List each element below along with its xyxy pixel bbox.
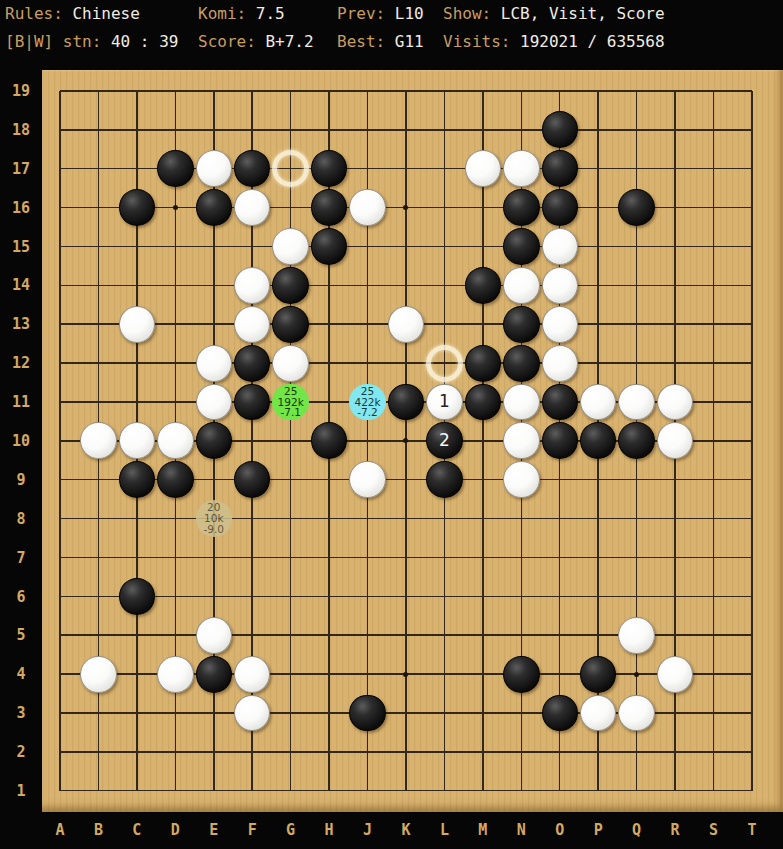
intersection-J2[interactable]	[348, 732, 386, 771]
intersection-O10[interactable]	[541, 421, 579, 460]
intersection-M8[interactable]	[464, 499, 502, 538]
intersection-L6[interactable]	[425, 577, 463, 616]
intersection-J10[interactable]	[348, 421, 386, 460]
intersection-K4[interactable]	[387, 655, 425, 694]
intersection-N7[interactable]	[502, 538, 540, 577]
intersection-L19[interactable]	[425, 72, 463, 111]
intersection-F11[interactable]	[233, 383, 271, 422]
intersection-P13[interactable]	[579, 305, 617, 344]
intersection-G16[interactable]	[271, 188, 309, 227]
intersection-S18[interactable]	[694, 110, 732, 149]
intersection-A12[interactable]	[41, 344, 79, 383]
intersection-O4[interactable]	[541, 655, 579, 694]
intersection-S11[interactable]	[694, 383, 732, 422]
intersection-H17[interactable]	[310, 149, 348, 188]
intersection-N13[interactable]	[502, 305, 540, 344]
intersection-B16[interactable]	[79, 188, 117, 227]
intersection-H1[interactable]	[310, 771, 348, 810]
intersection-C6[interactable]	[118, 577, 156, 616]
intersection-K11[interactable]	[387, 383, 425, 422]
intersection-L9[interactable]	[425, 460, 463, 499]
intersection-F1[interactable]	[233, 771, 271, 810]
intersection-E9[interactable]	[195, 460, 233, 499]
intersection-J15[interactable]	[348, 227, 386, 266]
intersection-H3[interactable]	[310, 694, 348, 733]
intersection-E5[interactable]	[195, 616, 233, 655]
intersection-C14[interactable]	[118, 266, 156, 305]
intersection-A17[interactable]	[41, 149, 79, 188]
intersection-D10[interactable]	[156, 421, 194, 460]
intersection-O11[interactable]	[541, 383, 579, 422]
intersection-T3[interactable]	[733, 694, 771, 733]
intersection-A2[interactable]	[41, 732, 79, 771]
intersection-O1[interactable]	[541, 771, 579, 810]
intersection-O6[interactable]	[541, 577, 579, 616]
intersection-B9[interactable]	[79, 460, 117, 499]
intersection-L4[interactable]	[425, 655, 463, 694]
intersection-N4[interactable]	[502, 655, 540, 694]
intersection-C19[interactable]	[118, 72, 156, 111]
intersection-N9[interactable]	[502, 460, 540, 499]
intersection-T19[interactable]	[733, 72, 771, 111]
intersection-B7[interactable]	[79, 538, 117, 577]
intersection-N14[interactable]	[502, 266, 540, 305]
intersection-E11[interactable]	[195, 383, 233, 422]
intersection-E14[interactable]	[195, 266, 233, 305]
intersection-G8[interactable]	[271, 499, 309, 538]
intersection-R13[interactable]	[656, 305, 694, 344]
intersection-B19[interactable]	[79, 72, 117, 111]
intersection-H19[interactable]	[310, 72, 348, 111]
intersection-R18[interactable]	[656, 110, 694, 149]
intersection-M14[interactable]	[464, 266, 502, 305]
intersection-H2[interactable]	[310, 732, 348, 771]
intersection-P4[interactable]	[579, 655, 617, 694]
intersection-M1[interactable]	[464, 771, 502, 810]
intersection-D3[interactable]	[156, 694, 194, 733]
intersection-R15[interactable]	[656, 227, 694, 266]
intersection-P6[interactable]	[579, 577, 617, 616]
intersection-J1[interactable]	[348, 771, 386, 810]
intersection-S7[interactable]	[694, 538, 732, 577]
intersection-O16[interactable]	[541, 188, 579, 227]
intersection-E18[interactable]	[195, 110, 233, 149]
intersection-G15[interactable]	[271, 227, 309, 266]
intersection-O2[interactable]	[541, 732, 579, 771]
intersection-A1[interactable]	[41, 771, 79, 810]
intersection-L3[interactable]	[425, 694, 463, 733]
intersection-G13[interactable]	[271, 305, 309, 344]
intersection-T4[interactable]	[733, 655, 771, 694]
intersection-D4[interactable]	[156, 655, 194, 694]
intersection-L2[interactable]	[425, 732, 463, 771]
intersection-K7[interactable]	[387, 538, 425, 577]
intersection-P9[interactable]	[579, 460, 617, 499]
intersection-O5[interactable]	[541, 616, 579, 655]
intersection-J3[interactable]	[348, 694, 386, 733]
intersection-E4[interactable]	[195, 655, 233, 694]
intersection-D1[interactable]	[156, 771, 194, 810]
intersection-M6[interactable]	[464, 577, 502, 616]
intersection-F14[interactable]	[233, 266, 271, 305]
intersection-G12[interactable]	[271, 344, 309, 383]
intersection-M12[interactable]	[464, 344, 502, 383]
intersection-S15[interactable]	[694, 227, 732, 266]
intersection-Q10[interactable]	[617, 421, 655, 460]
intersection-F12[interactable]	[233, 344, 271, 383]
intersection-C5[interactable]	[118, 616, 156, 655]
intersection-F7[interactable]	[233, 538, 271, 577]
intersection-L13[interactable]	[425, 305, 463, 344]
intersection-Q15[interactable]	[617, 227, 655, 266]
intersection-P16[interactable]	[579, 188, 617, 227]
intersection-M2[interactable]	[464, 732, 502, 771]
suggestion-j11[interactable]: 25422k-7.2	[349, 384, 385, 421]
intersection-T1[interactable]	[733, 771, 771, 810]
intersection-T10[interactable]	[733, 421, 771, 460]
intersection-K16[interactable]	[387, 188, 425, 227]
intersection-S10[interactable]	[694, 421, 732, 460]
intersection-R1[interactable]	[656, 771, 694, 810]
intersection-J9[interactable]	[348, 460, 386, 499]
intersection-O17[interactable]	[541, 149, 579, 188]
intersection-R9[interactable]	[656, 460, 694, 499]
intersection-Q17[interactable]	[617, 149, 655, 188]
intersection-D5[interactable]	[156, 616, 194, 655]
intersection-F17[interactable]	[233, 149, 271, 188]
intersection-S5[interactable]	[694, 616, 732, 655]
intersection-C2[interactable]	[118, 732, 156, 771]
intersection-A15[interactable]	[41, 227, 79, 266]
intersection-E8[interactable]: 2010k-9.0	[195, 499, 233, 538]
intersection-D19[interactable]	[156, 72, 194, 111]
intersection-F18[interactable]	[233, 110, 271, 149]
intersection-A14[interactable]	[41, 266, 79, 305]
intersection-F16[interactable]	[233, 188, 271, 227]
intersection-R8[interactable]	[656, 499, 694, 538]
intersection-H13[interactable]	[310, 305, 348, 344]
intersection-E6[interactable]	[195, 577, 233, 616]
intersection-A16[interactable]	[41, 188, 79, 227]
intersection-T5[interactable]	[733, 616, 771, 655]
intersection-O3[interactable]	[541, 694, 579, 733]
intersection-Q1[interactable]	[617, 771, 655, 810]
intersection-D9[interactable]	[156, 460, 194, 499]
intersection-B8[interactable]	[79, 499, 117, 538]
intersection-B2[interactable]	[79, 732, 117, 771]
intersection-P11[interactable]	[579, 383, 617, 422]
suggestion-e8[interactable]: 2010k-9.0	[196, 500, 232, 537]
intersection-A18[interactable]	[41, 110, 79, 149]
intersection-K15[interactable]	[387, 227, 425, 266]
intersection-K19[interactable]	[387, 72, 425, 111]
intersection-J13[interactable]	[348, 305, 386, 344]
intersection-H4[interactable]	[310, 655, 348, 694]
intersection-N12[interactable]	[502, 344, 540, 383]
intersection-M3[interactable]	[464, 694, 502, 733]
intersection-A6[interactable]	[41, 577, 79, 616]
intersection-N8[interactable]	[502, 499, 540, 538]
intersection-L12[interactable]	[425, 344, 463, 383]
intersection-S19[interactable]	[694, 72, 732, 111]
intersection-H12[interactable]	[310, 344, 348, 383]
intersection-B6[interactable]	[79, 577, 117, 616]
intersection-E19[interactable]	[195, 72, 233, 111]
intersection-D12[interactable]	[156, 344, 194, 383]
intersection-J5[interactable]	[348, 616, 386, 655]
intersection-C15[interactable]	[118, 227, 156, 266]
intersection-T2[interactable]	[733, 732, 771, 771]
intersection-K14[interactable]	[387, 266, 425, 305]
intersection-G4[interactable]	[271, 655, 309, 694]
intersection-G9[interactable]	[271, 460, 309, 499]
intersection-G2[interactable]	[271, 732, 309, 771]
intersection-M4[interactable]	[464, 655, 502, 694]
intersection-F5[interactable]	[233, 616, 271, 655]
intersection-P2[interactable]	[579, 732, 617, 771]
intersection-G14[interactable]	[271, 266, 309, 305]
intersection-K2[interactable]	[387, 732, 425, 771]
intersection-E16[interactable]	[195, 188, 233, 227]
intersection-L18[interactable]	[425, 110, 463, 149]
intersection-N5[interactable]	[502, 616, 540, 655]
intersection-S3[interactable]	[694, 694, 732, 733]
intersection-E3[interactable]	[195, 694, 233, 733]
intersection-G7[interactable]	[271, 538, 309, 577]
intersection-K3[interactable]	[387, 694, 425, 733]
intersection-Q14[interactable]	[617, 266, 655, 305]
intersection-K13[interactable]	[387, 305, 425, 344]
intersection-G19[interactable]	[271, 72, 309, 111]
intersection-B18[interactable]	[79, 110, 117, 149]
intersection-B11[interactable]	[79, 383, 117, 422]
intersection-N6[interactable]	[502, 577, 540, 616]
intersection-M13[interactable]	[464, 305, 502, 344]
intersection-G1[interactable]	[271, 771, 309, 810]
intersection-G17[interactable]	[271, 149, 309, 188]
intersection-F9[interactable]	[233, 460, 271, 499]
intersection-L10[interactable]: 2	[425, 421, 463, 460]
intersection-R11[interactable]	[656, 383, 694, 422]
intersection-C16[interactable]	[118, 188, 156, 227]
intersection-M17[interactable]	[464, 149, 502, 188]
intersection-A7[interactable]	[41, 538, 79, 577]
intersection-B14[interactable]	[79, 266, 117, 305]
intersection-N19[interactable]	[502, 72, 540, 111]
intersection-J14[interactable]	[348, 266, 386, 305]
intersection-C13[interactable]	[118, 305, 156, 344]
intersection-A11[interactable]	[41, 383, 79, 422]
intersection-C10[interactable]	[118, 421, 156, 460]
intersection-B1[interactable]	[79, 771, 117, 810]
intersection-S13[interactable]	[694, 305, 732, 344]
intersection-F8[interactable]	[233, 499, 271, 538]
intersection-T17[interactable]	[733, 149, 771, 188]
intersection-K1[interactable]	[387, 771, 425, 810]
intersection-J8[interactable]	[348, 499, 386, 538]
intersection-P5[interactable]	[579, 616, 617, 655]
intersection-H10[interactable]	[310, 421, 348, 460]
intersection-E1[interactable]	[195, 771, 233, 810]
intersection-P7[interactable]	[579, 538, 617, 577]
intersection-P15[interactable]	[579, 227, 617, 266]
intersection-D6[interactable]	[156, 577, 194, 616]
intersection-C8[interactable]	[118, 499, 156, 538]
intersection-O7[interactable]	[541, 538, 579, 577]
intersection-O12[interactable]	[541, 344, 579, 383]
intersection-R5[interactable]	[656, 616, 694, 655]
intersection-M18[interactable]	[464, 110, 502, 149]
intersection-T13[interactable]	[733, 305, 771, 344]
intersection-C7[interactable]	[118, 538, 156, 577]
intersection-G6[interactable]	[271, 577, 309, 616]
intersection-S17[interactable]	[694, 149, 732, 188]
intersection-N15[interactable]	[502, 227, 540, 266]
intersection-L5[interactable]	[425, 616, 463, 655]
intersection-C4[interactable]	[118, 655, 156, 694]
intersection-R6[interactable]	[656, 577, 694, 616]
intersection-L14[interactable]	[425, 266, 463, 305]
intersection-N17[interactable]	[502, 149, 540, 188]
intersection-Q5[interactable]	[617, 616, 655, 655]
intersection-A9[interactable]	[41, 460, 79, 499]
intersection-O9[interactable]	[541, 460, 579, 499]
intersection-L1[interactable]	[425, 771, 463, 810]
intersection-K12[interactable]	[387, 344, 425, 383]
intersection-N11[interactable]	[502, 383, 540, 422]
intersection-A8[interactable]	[41, 499, 79, 538]
intersection-Q2[interactable]	[617, 732, 655, 771]
intersection-L17[interactable]	[425, 149, 463, 188]
intersection-B5[interactable]	[79, 616, 117, 655]
intersection-L15[interactable]	[425, 227, 463, 266]
intersection-M7[interactable]	[464, 538, 502, 577]
intersection-P8[interactable]	[579, 499, 617, 538]
intersection-M15[interactable]	[464, 227, 502, 266]
intersection-H15[interactable]	[310, 227, 348, 266]
intersection-B17[interactable]	[79, 149, 117, 188]
intersection-F19[interactable]	[233, 72, 271, 111]
intersection-T18[interactable]	[733, 110, 771, 149]
intersection-D14[interactable]	[156, 266, 194, 305]
intersection-E13[interactable]	[195, 305, 233, 344]
intersection-M10[interactable]	[464, 421, 502, 460]
intersection-F2[interactable]	[233, 732, 271, 771]
intersection-Q11[interactable]	[617, 383, 655, 422]
intersection-S8[interactable]	[694, 499, 732, 538]
intersection-K17[interactable]	[387, 149, 425, 188]
intersection-D8[interactable]	[156, 499, 194, 538]
intersection-N10[interactable]	[502, 421, 540, 460]
board-grid[interactable]: 25192k-7.125422k-7.2122010k-9.0	[41, 72, 771, 811]
intersection-O14[interactable]	[541, 266, 579, 305]
intersection-Q7[interactable]	[617, 538, 655, 577]
intersection-F15[interactable]	[233, 227, 271, 266]
intersection-C12[interactable]	[118, 344, 156, 383]
intersection-P18[interactable]	[579, 110, 617, 149]
intersection-E12[interactable]	[195, 344, 233, 383]
intersection-G3[interactable]	[271, 694, 309, 733]
intersection-J16[interactable]	[348, 188, 386, 227]
intersection-D2[interactable]	[156, 732, 194, 771]
intersection-H18[interactable]	[310, 110, 348, 149]
intersection-O18[interactable]	[541, 110, 579, 149]
intersection-G11[interactable]: 25192k-7.1	[271, 383, 309, 422]
goban[interactable]: 25192k-7.125422k-7.2122010k-9.0	[42, 70, 783, 812]
intersection-P12[interactable]	[579, 344, 617, 383]
intersection-E2[interactable]	[195, 732, 233, 771]
intersection-H14[interactable]	[310, 266, 348, 305]
intersection-Q3[interactable]	[617, 694, 655, 733]
intersection-T7[interactable]	[733, 538, 771, 577]
intersection-A4[interactable]	[41, 655, 79, 694]
intersection-O15[interactable]	[541, 227, 579, 266]
intersection-E10[interactable]	[195, 421, 233, 460]
intersection-M11[interactable]	[464, 383, 502, 422]
intersection-Q16[interactable]	[617, 188, 655, 227]
intersection-K6[interactable]	[387, 577, 425, 616]
intersection-T12[interactable]	[733, 344, 771, 383]
intersection-T9[interactable]	[733, 460, 771, 499]
intersection-K9[interactable]	[387, 460, 425, 499]
intersection-O8[interactable]	[541, 499, 579, 538]
intersection-R12[interactable]	[656, 344, 694, 383]
intersection-M19[interactable]	[464, 72, 502, 111]
intersection-H6[interactable]	[310, 577, 348, 616]
intersection-H8[interactable]	[310, 499, 348, 538]
intersection-T11[interactable]	[733, 383, 771, 422]
intersection-K18[interactable]	[387, 110, 425, 149]
intersection-N3[interactable]	[502, 694, 540, 733]
intersection-B12[interactable]	[79, 344, 117, 383]
intersection-R7[interactable]	[656, 538, 694, 577]
intersection-D13[interactable]	[156, 305, 194, 344]
intersection-S14[interactable]	[694, 266, 732, 305]
intersection-S1[interactable]	[694, 771, 732, 810]
intersection-K10[interactable]	[387, 421, 425, 460]
intersection-F6[interactable]	[233, 577, 271, 616]
intersection-C17[interactable]	[118, 149, 156, 188]
intersection-C11[interactable]	[118, 383, 156, 422]
intersection-D11[interactable]	[156, 383, 194, 422]
intersection-S16[interactable]	[694, 188, 732, 227]
intersection-S4[interactable]	[694, 655, 732, 694]
intersection-E7[interactable]	[195, 538, 233, 577]
intersection-A10[interactable]	[41, 421, 79, 460]
intersection-G18[interactable]	[271, 110, 309, 149]
intersection-T8[interactable]	[733, 499, 771, 538]
intersection-B15[interactable]	[79, 227, 117, 266]
intersection-R19[interactable]	[656, 72, 694, 111]
intersection-G5[interactable]	[271, 616, 309, 655]
intersection-O13[interactable]	[541, 305, 579, 344]
intersection-R2[interactable]	[656, 732, 694, 771]
intersection-Q8[interactable]	[617, 499, 655, 538]
intersection-A3[interactable]	[41, 694, 79, 733]
suggestion-g11[interactable]: 25192k-7.1	[272, 384, 308, 421]
intersection-H11[interactable]	[310, 383, 348, 422]
intersection-P3[interactable]	[579, 694, 617, 733]
intersection-J19[interactable]	[348, 72, 386, 111]
intersection-R14[interactable]	[656, 266, 694, 305]
intersection-P17[interactable]	[579, 149, 617, 188]
intersection-B10[interactable]	[79, 421, 117, 460]
intersection-M16[interactable]	[464, 188, 502, 227]
intersection-D15[interactable]	[156, 227, 194, 266]
intersection-D7[interactable]	[156, 538, 194, 577]
intersection-D16[interactable]	[156, 188, 194, 227]
intersection-N2[interactable]	[502, 732, 540, 771]
